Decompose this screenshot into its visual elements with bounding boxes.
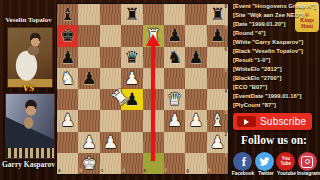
file-label-a: a	[58, 169, 61, 174]
square-h3: 3♝	[207, 110, 228, 131]
square-d5: ♟	[121, 68, 142, 89]
pgn-tag-line-4: [White "Garry Kasparov"]	[233, 38, 320, 47]
black-queen-d6: ♛	[121, 47, 142, 68]
black-pawn-b5: ♟	[78, 68, 99, 89]
youtube-play-icon	[237, 116, 256, 127]
square-c7	[100, 25, 121, 46]
social-icons-row: f You Tube	[233, 152, 317, 171]
move-arrow-head	[146, 34, 160, 46]
topalov-photo	[7, 27, 53, 88]
file-label-g: g	[186, 169, 189, 174]
white-knight-a5: ♞	[57, 68, 78, 89]
white-pawn-g3: ♟	[185, 110, 206, 131]
white-pawn-b2: ♟	[78, 132, 99, 153]
square-g3: ♟	[185, 110, 206, 131]
square-c2: ♟	[100, 132, 121, 153]
pgn-tag-list: [Event "Hoogovens Group A"][Site "Wijk a…	[233, 2, 320, 110]
pgn-tag-line-11: [PlyCount "87"]	[233, 101, 320, 110]
square-b1: b♚	[78, 153, 99, 174]
black-rook-d8: ♜	[121, 4, 142, 25]
facebook-label: Facebook	[230, 171, 256, 176]
info-panel: ♔ Kings Hunt [Event "Hoogovens Group A"]…	[230, 0, 320, 180]
pgn-tag-line-10: [EventDate "1999.01.16"]	[233, 92, 320, 101]
instagram-camera-glyph	[301, 156, 313, 168]
square-a7: ♚	[57, 25, 78, 46]
square-a8: ♝	[57, 4, 78, 25]
social-labels-row: Facebook Twitter Youtube Instagram	[230, 171, 320, 176]
square-d2	[121, 132, 142, 153]
black-pawn-f7: ♟	[164, 25, 185, 46]
square-b6	[78, 47, 99, 68]
square-g7	[185, 25, 206, 46]
kasparov-photo	[5, 93, 55, 159]
youtube-icon[interactable]: You Tube	[276, 152, 295, 171]
rank-label-5: 5	[224, 69, 227, 74]
file-label-e: e	[144, 169, 147, 174]
rank-label-2: 2	[224, 133, 227, 138]
chess-board: ♝♜8♜♚♜♟7♟♟♛♞♟6♞♟♟5♟♛4♟♟♟3♝♟♟2♟ab♚cdefgh1…	[57, 4, 228, 174]
play-triangle-icon	[244, 119, 249, 125]
square-h4: 4	[207, 89, 228, 110]
video-thumbnail: Veselin Topalov VS Garry Kasparov ♝♜8♜♚♜…	[0, 0, 320, 180]
square-d8: ♜	[121, 4, 142, 25]
square-f7: ♟	[164, 25, 185, 46]
square-h7: 7♟	[207, 25, 228, 46]
player-name-kasparov: Garry Kasparov	[0, 160, 57, 169]
file-label-f: f	[165, 169, 167, 174]
file-label-h: h	[208, 169, 211, 174]
square-d3	[121, 110, 142, 131]
instagram-icon[interactable]	[298, 152, 317, 171]
square-a3: ♟	[57, 110, 78, 131]
white-pawn-c2: ♟	[100, 132, 121, 153]
square-g4	[185, 89, 206, 110]
instagram-label: Instagram	[297, 171, 319, 176]
white-pawn-d5: ♟	[121, 68, 142, 89]
youtube-tube-text: Tube	[281, 162, 291, 167]
black-pawn-a6: ♟	[57, 47, 78, 68]
square-h8: 8♜	[207, 4, 228, 25]
square-f5	[164, 68, 185, 89]
square-f4: ♛	[164, 89, 185, 110]
subscribe-label: Subscribe	[260, 116, 306, 127]
facebook-f-glyph: f	[242, 155, 246, 168]
rank-label-1: 1	[224, 154, 227, 159]
player-name-topalov: Veselin Topalov	[0, 16, 57, 24]
twitter-bird-glyph	[259, 156, 270, 167]
rank-label-8: 8	[224, 5, 227, 10]
youtube-label: Youtube	[276, 171, 297, 176]
pgn-tag-line-7: [WhiteElo "2812"]	[233, 65, 320, 74]
square-e8	[143, 4, 164, 25]
square-g1: g	[185, 153, 206, 174]
vs-emblem: VS	[0, 83, 58, 93]
black-pawn-g6: ♟	[185, 47, 206, 68]
rank-label-3: 3	[224, 111, 227, 116]
square-a6: ♟	[57, 47, 78, 68]
square-d1: d	[121, 153, 142, 174]
square-a4	[57, 89, 78, 110]
square-a5: ♞	[57, 68, 78, 89]
square-d6: ♛	[121, 47, 142, 68]
follow-us-heading: Follow us on:	[230, 134, 318, 146]
move-arrow-shaft	[151, 46, 155, 162]
players-panel: Veselin Topalov VS Garry Kasparov	[0, 0, 57, 180]
black-bishop-a8: ♝	[57, 4, 78, 25]
square-h5: 5	[207, 68, 228, 89]
square-f1: f	[164, 153, 185, 174]
pgn-tag-line-2: [Date "1999.01.20"]	[233, 20, 320, 29]
square-a2	[57, 132, 78, 153]
square-f8	[164, 4, 185, 25]
square-c6	[100, 47, 121, 68]
pgn-tag-line-8: [BlackElo "2700"]	[233, 74, 320, 83]
square-b3	[78, 110, 99, 131]
square-f2	[164, 132, 185, 153]
square-h6: 6	[207, 47, 228, 68]
square-c3	[100, 110, 121, 131]
square-h2: 2♟	[207, 132, 228, 153]
square-b8	[78, 4, 99, 25]
twitter-icon[interactable]	[255, 152, 274, 171]
pgn-tag-line-1: [Site "Wijk aan Zee NED"]	[233, 11, 320, 20]
square-f6: ♞	[164, 47, 185, 68]
white-pawn-a3: ♟	[57, 110, 78, 131]
square-g5	[185, 68, 206, 89]
pgn-tag-line-0: [Event "Hoogovens Group A"]	[233, 2, 320, 11]
black-knight-f6: ♞	[164, 47, 185, 68]
subscribe-button[interactable]: Subscribe	[233, 113, 312, 130]
rank-label-4: 4	[224, 90, 227, 95]
square-f3: ♟	[164, 110, 185, 131]
pgn-tag-line-5: [Black "Veselin Topalov"]	[233, 47, 320, 56]
square-b2: ♟	[78, 132, 99, 153]
file-label-d: d	[122, 169, 125, 174]
square-b5: ♟	[78, 68, 99, 89]
square-g8	[185, 4, 206, 25]
square-d7	[121, 25, 142, 46]
pgn-tag-line-6: [Result "1-0"]	[233, 56, 320, 65]
rank-label-6: 6	[224, 48, 227, 53]
facebook-icon[interactable]: f	[233, 152, 252, 171]
rank-label-7: 7	[224, 26, 227, 31]
square-b7	[78, 25, 99, 46]
black-king-a7: ♚	[57, 25, 78, 46]
square-g6: ♟	[185, 47, 206, 68]
square-h1: h1	[207, 153, 228, 174]
square-a1: a	[57, 153, 78, 174]
square-c8	[100, 4, 121, 25]
pgn-tag-line-9: [ECO "B07"]	[233, 83, 320, 92]
file-label-c: c	[101, 169, 104, 174]
file-label-b: b	[79, 169, 82, 174]
white-queen-f4: ♛	[164, 89, 185, 110]
twitter-label: Twitter	[256, 171, 276, 176]
pgn-tag-line-3: [Round "4"]	[233, 29, 320, 38]
white-pawn-f3: ♟	[164, 110, 185, 131]
square-g2	[185, 132, 206, 153]
square-c1: c	[100, 153, 121, 174]
square-b4	[78, 89, 99, 110]
